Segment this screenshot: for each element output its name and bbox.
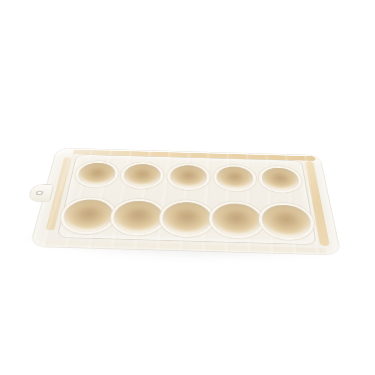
pit-top-2[interactable]: [123, 164, 162, 188]
pit-top-1[interactable]: [76, 162, 117, 186]
pit-grid: [59, 155, 315, 244]
tab-hole-icon: [35, 191, 43, 196]
pit-bottom-1[interactable]: [61, 199, 116, 233]
hanging-tab: [29, 184, 54, 201]
pit-top-5[interactable]: [261, 167, 301, 191]
pit-bottom-2[interactable]: [111, 200, 163, 234]
pit-top-4[interactable]: [216, 166, 254, 190]
pit-bottom-4[interactable]: [212, 203, 262, 237]
tray-board: [31, 148, 341, 255]
product-photo: [0, 0, 375, 375]
pit-bottom-3[interactable]: [162, 201, 212, 235]
pit-top-3[interactable]: [170, 165, 207, 189]
scene: [0, 0, 375, 375]
pit-bottom-5[interactable]: [260, 204, 313, 238]
